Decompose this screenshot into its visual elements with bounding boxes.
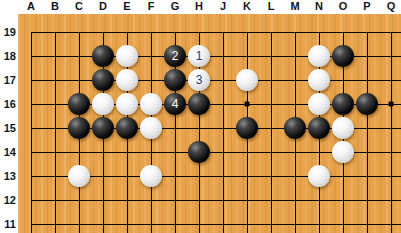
- intersection-D18[interactable]: [91, 44, 115, 68]
- intersection-E16[interactable]: [115, 92, 139, 116]
- intersection-C18[interactable]: [67, 44, 91, 68]
- black-stone-H16: [188, 93, 210, 115]
- intersection-D15[interactable]: [91, 116, 115, 140]
- intersection-D14[interactable]: [91, 140, 115, 164]
- black-stone-E15: [116, 117, 138, 139]
- intersection-B15[interactable]: [43, 116, 67, 140]
- intersection-E13[interactable]: [115, 164, 139, 188]
- intersection-C11[interactable]: [67, 212, 91, 233]
- intersection-G14[interactable]: [163, 140, 187, 164]
- row-label-12: 12: [0, 193, 16, 207]
- intersection-B17[interactable]: [43, 68, 67, 92]
- intersection-M16[interactable]: [283, 92, 307, 116]
- intersection-E17[interactable]: [115, 68, 139, 92]
- intersection-J11[interactable]: [211, 212, 235, 233]
- intersection-D19[interactable]: [91, 20, 115, 44]
- black-stone-G16: 4: [164, 93, 186, 115]
- intersection-C12[interactable]: [67, 188, 91, 212]
- intersection-M11[interactable]: [283, 212, 307, 233]
- intersection-M19[interactable]: [283, 20, 307, 44]
- white-stone-C13: [68, 165, 90, 187]
- intersection-J19[interactable]: [211, 20, 235, 44]
- intersection-A14[interactable]: [19, 140, 43, 164]
- intersection-P15[interactable]: [355, 116, 379, 140]
- white-stone-E17: [116, 69, 138, 91]
- intersection-L16[interactable]: [259, 92, 283, 116]
- intersection-H19[interactable]: [187, 20, 211, 44]
- intersection-G18[interactable]: 2: [163, 44, 187, 68]
- intersection-O15[interactable]: [331, 116, 355, 140]
- intersection-K16[interactable]: [235, 92, 259, 116]
- row-label-15: 15: [0, 121, 16, 135]
- row-label-13: 13: [0, 169, 16, 183]
- intersection-A15[interactable]: [19, 116, 43, 140]
- intersection-D16[interactable]: [91, 92, 115, 116]
- intersection-A16[interactable]: [19, 92, 43, 116]
- intersection-P13[interactable]: [355, 164, 379, 188]
- stone-grid: 2134: [19, 20, 401, 233]
- intersection-A19[interactable]: [19, 20, 43, 44]
- intersection-F11[interactable]: [139, 212, 163, 233]
- intersection-E12[interactable]: [115, 188, 139, 212]
- black-stone-C16: [68, 93, 90, 115]
- black-stone-G17: [164, 69, 186, 91]
- intersection-A13[interactable]: [19, 164, 43, 188]
- intersection-P18[interactable]: [355, 44, 379, 68]
- intersection-P14[interactable]: [355, 140, 379, 164]
- column-label-M: M: [283, 0, 307, 13]
- intersection-Q14[interactable]: [379, 140, 401, 164]
- white-stone-F13: [140, 165, 162, 187]
- black-stone-D18: [92, 45, 114, 67]
- intersection-M18[interactable]: [283, 44, 307, 68]
- row-label-19: 19: [0, 25, 16, 39]
- row-label-17: 17: [0, 73, 16, 87]
- column-label-K: K: [235, 0, 259, 13]
- intersection-A18[interactable]: [19, 44, 43, 68]
- intersection-D13[interactable]: [91, 164, 115, 188]
- column-label-A: A: [19, 0, 43, 13]
- intersection-F13[interactable]: [139, 164, 163, 188]
- column-label-D: D: [91, 0, 115, 13]
- intersection-Q16[interactable]: [379, 92, 401, 116]
- intersection-N18[interactable]: [307, 44, 331, 68]
- column-label-L: L: [259, 0, 283, 13]
- white-stone-F15: [140, 117, 162, 139]
- intersection-C19[interactable]: [67, 20, 91, 44]
- intersection-E15[interactable]: [115, 116, 139, 140]
- intersection-K15[interactable]: [235, 116, 259, 140]
- intersection-P16[interactable]: [355, 92, 379, 116]
- intersection-Q13[interactable]: [379, 164, 401, 188]
- intersection-G12[interactable]: [163, 188, 187, 212]
- intersection-J13[interactable]: [211, 164, 235, 188]
- intersection-F16[interactable]: [139, 92, 163, 116]
- star-point-K16: [245, 102, 250, 107]
- intersection-Q17[interactable]: [379, 68, 401, 92]
- intersection-F14[interactable]: [139, 140, 163, 164]
- intersection-C13[interactable]: [67, 164, 91, 188]
- intersection-P17[interactable]: [355, 68, 379, 92]
- white-stone-K17: [236, 69, 258, 91]
- intersection-F12[interactable]: [139, 188, 163, 212]
- column-label-P: P: [355, 0, 379, 13]
- black-stone-M15: [284, 117, 306, 139]
- white-stone-H17: 3: [188, 69, 210, 91]
- intersection-K12[interactable]: [235, 188, 259, 212]
- intersection-Q18[interactable]: [379, 44, 401, 68]
- intersection-G11[interactable]: [163, 212, 187, 233]
- row-label-18: 18: [0, 49, 16, 63]
- intersection-P12[interactable]: [355, 188, 379, 212]
- intersection-E19[interactable]: [115, 20, 139, 44]
- intersection-N15[interactable]: [307, 116, 331, 140]
- intersection-J16[interactable]: [211, 92, 235, 116]
- intersection-B19[interactable]: [43, 20, 67, 44]
- intersection-N19[interactable]: [307, 20, 331, 44]
- intersection-D11[interactable]: [91, 212, 115, 233]
- move-number-1: 1: [188, 45, 210, 67]
- intersection-G17[interactable]: [163, 68, 187, 92]
- intersection-M12[interactable]: [283, 188, 307, 212]
- intersection-O14[interactable]: [331, 140, 355, 164]
- intersection-O11[interactable]: [331, 212, 355, 233]
- white-stone-N16: [308, 93, 330, 115]
- intersection-N17[interactable]: [307, 68, 331, 92]
- intersection-P19[interactable]: [355, 20, 379, 44]
- intersection-B11[interactable]: [43, 212, 67, 233]
- intersection-O17[interactable]: [331, 68, 355, 92]
- intersection-J17[interactable]: [211, 68, 235, 92]
- column-label-Q: Q: [379, 0, 401, 13]
- intersection-Q19[interactable]: [379, 20, 401, 44]
- column-label-F: F: [139, 0, 163, 13]
- intersection-Q12[interactable]: [379, 188, 401, 212]
- column-label-N: N: [307, 0, 331, 13]
- intersection-K13[interactable]: [235, 164, 259, 188]
- intersection-H13[interactable]: [187, 164, 211, 188]
- white-stone-D16: [92, 93, 114, 115]
- intersection-K19[interactable]: [235, 20, 259, 44]
- intersection-D12[interactable]: [91, 188, 115, 212]
- move-number-2: 2: [164, 45, 186, 67]
- intersection-J18[interactable]: [211, 44, 235, 68]
- go-board-app: ABCDEFGHJKLMNOPQ 191817161514131211 2134: [0, 0, 401, 233]
- intersection-G13[interactable]: [163, 164, 187, 188]
- black-stone-D15: [92, 117, 114, 139]
- intersection-B16[interactable]: [43, 92, 67, 116]
- black-stone-C15: [68, 117, 90, 139]
- black-stone-K15: [236, 117, 258, 139]
- black-stone-G18: 2: [164, 45, 186, 67]
- intersection-L18[interactable]: [259, 44, 283, 68]
- column-label-O: O: [331, 0, 355, 13]
- intersection-F17[interactable]: [139, 68, 163, 92]
- intersection-L14[interactable]: [259, 140, 283, 164]
- black-stone-H14: [188, 141, 210, 163]
- white-stone-O15: [332, 117, 354, 139]
- intersection-G19[interactable]: [163, 20, 187, 44]
- row-label-11: 11: [0, 217, 16, 231]
- intersection-N14[interactable]: [307, 140, 331, 164]
- black-stone-O16: [332, 93, 354, 115]
- intersection-A17[interactable]: [19, 68, 43, 92]
- intersection-N11[interactable]: [307, 212, 331, 233]
- intersection-E14[interactable]: [115, 140, 139, 164]
- intersection-C14[interactable]: [67, 140, 91, 164]
- intersection-H15[interactable]: [187, 116, 211, 140]
- intersection-M15[interactable]: [283, 116, 307, 140]
- intersection-K14[interactable]: [235, 140, 259, 164]
- intersection-B12[interactable]: [43, 188, 67, 212]
- intersection-M13[interactable]: [283, 164, 307, 188]
- intersection-C17[interactable]: [67, 68, 91, 92]
- white-stone-H18: 1: [188, 45, 210, 67]
- intersection-M14[interactable]: [283, 140, 307, 164]
- intersection-Q11[interactable]: [379, 212, 401, 233]
- intersection-K18[interactable]: [235, 44, 259, 68]
- intersection-O12[interactable]: [331, 188, 355, 212]
- column-label-C: C: [67, 0, 91, 13]
- intersection-N13[interactable]: [307, 164, 331, 188]
- white-stone-N17: [308, 69, 330, 91]
- star-point-Q16: [389, 102, 394, 107]
- intersection-M17[interactable]: [283, 68, 307, 92]
- intersection-J12[interactable]: [211, 188, 235, 212]
- intersection-H11[interactable]: [187, 212, 211, 233]
- intersection-J14[interactable]: [211, 140, 235, 164]
- black-stone-O18: [332, 45, 354, 67]
- intersection-H17[interactable]: 3: [187, 68, 211, 92]
- intersection-L19[interactable]: [259, 20, 283, 44]
- intersection-F19[interactable]: [139, 20, 163, 44]
- intersection-Q15[interactable]: [379, 116, 401, 140]
- intersection-P11[interactable]: [355, 212, 379, 233]
- row-label-14: 14: [0, 145, 16, 159]
- intersection-E11[interactable]: [115, 212, 139, 233]
- intersection-K11[interactable]: [235, 212, 259, 233]
- intersection-H14[interactable]: [187, 140, 211, 164]
- intersection-O16[interactable]: [331, 92, 355, 116]
- intersection-B14[interactable]: [43, 140, 67, 164]
- intersection-L17[interactable]: [259, 68, 283, 92]
- intersection-O13[interactable]: [331, 164, 355, 188]
- intersection-A11[interactable]: [19, 212, 43, 233]
- black-stone-N15: [308, 117, 330, 139]
- intersection-H12[interactable]: [187, 188, 211, 212]
- intersection-O18[interactable]: [331, 44, 355, 68]
- column-label-H: H: [187, 0, 211, 13]
- column-label-J: J: [211, 0, 235, 13]
- move-number-4: 4: [164, 93, 186, 115]
- white-stone-O14: [332, 141, 354, 163]
- column-label-B: B: [43, 0, 67, 13]
- intersection-H16[interactable]: [187, 92, 211, 116]
- intersection-G16[interactable]: 4: [163, 92, 187, 116]
- intersection-N16[interactable]: [307, 92, 331, 116]
- intersection-L15[interactable]: [259, 116, 283, 140]
- move-number-3: 3: [188, 69, 210, 91]
- white-stone-E16: [116, 93, 138, 115]
- intersection-F15[interactable]: [139, 116, 163, 140]
- column-label-E: E: [115, 0, 139, 13]
- row-label-16: 16: [0, 97, 16, 111]
- intersection-F18[interactable]: [139, 44, 163, 68]
- intersection-L11[interactable]: [259, 212, 283, 233]
- intersection-N12[interactable]: [307, 188, 331, 212]
- white-stone-F16: [140, 93, 162, 115]
- intersection-E18[interactable]: [115, 44, 139, 68]
- intersection-L13[interactable]: [259, 164, 283, 188]
- intersection-H18[interactable]: 1: [187, 44, 211, 68]
- white-stone-N13: [308, 165, 330, 187]
- intersection-L12[interactable]: [259, 188, 283, 212]
- black-stone-P16: [356, 93, 378, 115]
- intersection-D17[interactable]: [91, 68, 115, 92]
- intersection-J15[interactable]: [211, 116, 235, 140]
- intersection-K17[interactable]: [235, 68, 259, 92]
- white-stone-E18: [116, 45, 138, 67]
- black-stone-D17: [92, 69, 114, 91]
- intersection-G15[interactable]: [163, 116, 187, 140]
- intersection-A12[interactable]: [19, 188, 43, 212]
- intersection-B13[interactable]: [43, 164, 67, 188]
- white-stone-N18: [308, 45, 330, 67]
- intersection-C16[interactable]: [67, 92, 91, 116]
- column-label-G: G: [163, 0, 187, 13]
- intersection-C15[interactable]: [67, 116, 91, 140]
- intersection-B18[interactable]: [43, 44, 67, 68]
- intersection-O19[interactable]: [331, 20, 355, 44]
